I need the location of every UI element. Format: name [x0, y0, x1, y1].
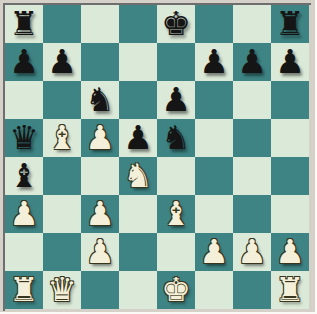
white-rook-icon: ♜: [9, 271, 39, 309]
square-d2[interactable]: [119, 233, 157, 271]
square-a3[interactable]: ♟: [5, 195, 43, 233]
square-h8[interactable]: ♜: [271, 5, 309, 43]
square-h6[interactable]: [271, 81, 309, 119]
square-c2[interactable]: ♟: [81, 233, 119, 271]
white-pawn-icon: ♟: [9, 195, 39, 233]
square-c3[interactable]: ♟: [81, 195, 119, 233]
square-b3[interactable]: [43, 195, 81, 233]
square-h4[interactable]: [271, 157, 309, 195]
white-bishop-icon: ♝: [47, 119, 77, 157]
white-pawn-icon: ♟: [85, 119, 115, 157]
square-b6[interactable]: [43, 81, 81, 119]
white-pawn-icon: ♟: [199, 233, 229, 271]
square-g2[interactable]: ♟: [233, 233, 271, 271]
square-c5[interactable]: ♟: [81, 119, 119, 157]
square-g6[interactable]: [233, 81, 271, 119]
white-pawn-icon: ♟: [275, 233, 305, 271]
square-d5[interactable]: ♟: [119, 119, 157, 157]
square-d1[interactable]: [119, 271, 157, 309]
square-e6[interactable]: ♟: [157, 81, 195, 119]
square-d8[interactable]: [119, 5, 157, 43]
square-e8[interactable]: ♚: [157, 5, 195, 43]
black-pawn-icon: ♟: [123, 119, 153, 157]
square-d4[interactable]: ♞: [119, 157, 157, 195]
black-pawn-icon: ♟: [47, 43, 77, 81]
square-b5[interactable]: ♝: [43, 119, 81, 157]
white-pawn-icon: ♟: [237, 233, 267, 271]
square-h1[interactable]: ♜: [271, 271, 309, 309]
square-f8[interactable]: [195, 5, 233, 43]
square-e7[interactable]: [157, 43, 195, 81]
white-knight-icon: ♞: [123, 157, 153, 195]
square-e5[interactable]: ♞: [157, 119, 195, 157]
square-b8[interactable]: [43, 5, 81, 43]
square-d3[interactable]: [119, 195, 157, 233]
square-d7[interactable]: [119, 43, 157, 81]
square-a2[interactable]: [5, 233, 43, 271]
black-king-icon: ♚: [161, 5, 191, 43]
square-a6[interactable]: [5, 81, 43, 119]
square-a1[interactable]: ♜: [5, 271, 43, 309]
square-f2[interactable]: ♟: [195, 233, 233, 271]
square-c1[interactable]: [81, 271, 119, 309]
square-g3[interactable]: [233, 195, 271, 233]
square-h3[interactable]: [271, 195, 309, 233]
square-f5[interactable]: [195, 119, 233, 157]
white-pawn-icon: ♟: [85, 233, 115, 271]
white-pawn-icon: ♟: [85, 195, 115, 233]
black-queen-icon: ♛: [9, 119, 39, 157]
square-a4[interactable]: ♝: [5, 157, 43, 195]
black-pawn-icon: ♟: [161, 81, 191, 119]
square-c7[interactable]: [81, 43, 119, 81]
square-c6[interactable]: ♞: [81, 81, 119, 119]
black-rook-icon: ♜: [9, 5, 39, 43]
square-f7[interactable]: ♟: [195, 43, 233, 81]
black-knight-icon: ♞: [161, 119, 191, 157]
square-f3[interactable]: [195, 195, 233, 233]
square-b1[interactable]: ♛: [43, 271, 81, 309]
square-g1[interactable]: [233, 271, 271, 309]
black-pawn-icon: ♟: [237, 43, 267, 81]
black-pawn-icon: ♟: [9, 43, 39, 81]
square-a8[interactable]: ♜: [5, 5, 43, 43]
square-b2[interactable]: [43, 233, 81, 271]
square-e3[interactable]: ♝: [157, 195, 195, 233]
square-f4[interactable]: [195, 157, 233, 195]
black-pawn-icon: ♟: [275, 43, 305, 81]
black-pawn-icon: ♟: [199, 43, 229, 81]
board-frame: ♜♚♜♟♟♟♟♟♞♟♛♝♟♟♞♝♞♟♟♝♟♟♟♟♜♛♚♜: [0, 0, 317, 314]
square-c8[interactable]: [81, 5, 119, 43]
square-g5[interactable]: [233, 119, 271, 157]
square-h2[interactable]: ♟: [271, 233, 309, 271]
black-bishop-icon: ♝: [9, 157, 39, 195]
square-f1[interactable]: [195, 271, 233, 309]
white-queen-icon: ♛: [47, 271, 77, 309]
square-g8[interactable]: [233, 5, 271, 43]
white-rook-icon: ♜: [275, 271, 305, 309]
chess-board: ♜♚♜♟♟♟♟♟♞♟♛♝♟♟♞♝♞♟♟♝♟♟♟♟♜♛♚♜: [5, 5, 309, 309]
square-g4[interactable]: [233, 157, 271, 195]
square-g7[interactable]: ♟: [233, 43, 271, 81]
square-f6[interactable]: [195, 81, 233, 119]
square-b4[interactable]: [43, 157, 81, 195]
square-e2[interactable]: [157, 233, 195, 271]
square-h7[interactable]: ♟: [271, 43, 309, 81]
square-h5[interactable]: [271, 119, 309, 157]
square-b7[interactable]: ♟: [43, 43, 81, 81]
square-a7[interactable]: ♟: [5, 43, 43, 81]
square-c4[interactable]: [81, 157, 119, 195]
white-king-icon: ♚: [161, 271, 191, 309]
square-a5[interactable]: ♛: [5, 119, 43, 157]
square-d6[interactable]: [119, 81, 157, 119]
black-knight-icon: ♞: [85, 81, 115, 119]
black-rook-icon: ♜: [275, 5, 305, 43]
square-e1[interactable]: ♚: [157, 271, 195, 309]
square-e4[interactable]: [157, 157, 195, 195]
white-bishop-icon: ♝: [161, 195, 191, 233]
